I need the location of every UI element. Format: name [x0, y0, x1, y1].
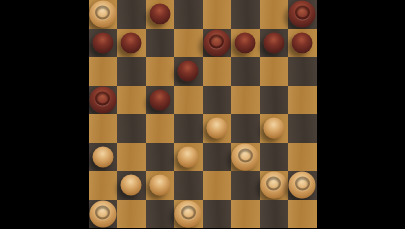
checker-light-man[interactable] — [92, 146, 113, 167]
board-square[interactable] — [117, 57, 146, 86]
board-square[interactable] — [146, 57, 175, 86]
checker-dark-man[interactable] — [149, 4, 170, 25]
board-square[interactable] — [203, 114, 232, 143]
board-square[interactable] — [174, 200, 203, 229]
checker-light-king[interactable] — [175, 200, 202, 227]
board-square[interactable] — [288, 86, 317, 115]
board-square[interactable] — [231, 200, 260, 229]
board-square[interactable] — [260, 57, 289, 86]
board-square[interactable] — [174, 114, 203, 143]
board-square[interactable] — [117, 86, 146, 115]
checker-dark-king[interactable] — [203, 29, 230, 56]
checker-dark-king[interactable] — [89, 86, 116, 113]
checker-light-king[interactable] — [289, 172, 316, 199]
board-square[interactable] — [89, 86, 118, 115]
board-square[interactable] — [117, 143, 146, 172]
board-square[interactable] — [174, 86, 203, 115]
board-square[interactable] — [174, 0, 203, 29]
board-square[interactable] — [288, 0, 317, 29]
checker-light-man[interactable] — [263, 118, 284, 139]
board-square[interactable] — [231, 86, 260, 115]
board-square[interactable] — [117, 29, 146, 58]
board-square[interactable] — [288, 143, 317, 172]
board-square[interactable] — [260, 29, 289, 58]
board-square[interactable] — [117, 0, 146, 29]
board-square[interactable] — [117, 114, 146, 143]
board-square[interactable] — [146, 200, 175, 229]
board-square[interactable] — [231, 57, 260, 86]
checker-light-man[interactable] — [206, 118, 227, 139]
checker-light-king[interactable] — [89, 200, 116, 227]
board-square[interactable] — [260, 114, 289, 143]
board-square[interactable] — [89, 200, 118, 229]
board-square[interactable] — [89, 29, 118, 58]
board-square[interactable] — [146, 86, 175, 115]
board-square[interactable] — [146, 29, 175, 58]
board-square[interactable] — [260, 0, 289, 29]
board-square[interactable] — [203, 86, 232, 115]
checker-dark-king[interactable] — [289, 1, 316, 28]
board-square[interactable] — [203, 143, 232, 172]
board-square[interactable] — [288, 171, 317, 200]
board-square[interactable] — [117, 171, 146, 200]
board-square[interactable] — [231, 0, 260, 29]
board-square[interactable] — [146, 171, 175, 200]
board-square[interactable] — [174, 171, 203, 200]
board-square[interactable] — [203, 200, 232, 229]
board-square[interactable] — [288, 200, 317, 229]
checker-light-man[interactable] — [121, 175, 142, 196]
checker-dark-man[interactable] — [121, 32, 142, 53]
checker-dark-man[interactable] — [292, 32, 313, 53]
board-square[interactable] — [89, 114, 118, 143]
checkers-board — [89, 0, 317, 228]
board-square[interactable] — [260, 171, 289, 200]
board-square[interactable] — [146, 114, 175, 143]
board-square[interactable] — [288, 29, 317, 58]
board-square[interactable] — [231, 29, 260, 58]
board-square[interactable] — [117, 200, 146, 229]
board-square[interactable] — [89, 0, 118, 29]
checker-light-king[interactable] — [232, 143, 259, 170]
checker-dark-man[interactable] — [92, 32, 113, 53]
board-square[interactable] — [146, 143, 175, 172]
checker-light-man[interactable] — [178, 146, 199, 167]
checker-dark-man[interactable] — [178, 61, 199, 82]
board-square[interactable] — [174, 29, 203, 58]
board-square[interactable] — [174, 57, 203, 86]
board-square[interactable] — [288, 114, 317, 143]
board-square[interactable] — [174, 143, 203, 172]
board-square[interactable] — [89, 143, 118, 172]
board-square[interactable] — [260, 86, 289, 115]
checker-light-king[interactable] — [260, 172, 287, 199]
board-square[interactable] — [203, 57, 232, 86]
checker-dark-man[interactable] — [263, 32, 284, 53]
board-square[interactable] — [146, 0, 175, 29]
board-square[interactable] — [260, 143, 289, 172]
board-square[interactable] — [231, 171, 260, 200]
board-square[interactable] — [231, 114, 260, 143]
board-square[interactable] — [203, 29, 232, 58]
board-square[interactable] — [89, 171, 118, 200]
board-square[interactable] — [203, 0, 232, 29]
board-square[interactable] — [288, 57, 317, 86]
checker-dark-man[interactable] — [149, 89, 170, 110]
board-square[interactable] — [231, 143, 260, 172]
game-window — [0, 0, 405, 228]
board-square[interactable] — [89, 57, 118, 86]
checker-light-man[interactable] — [149, 175, 170, 196]
board-square[interactable] — [260, 200, 289, 229]
checker-light-king[interactable] — [89, 1, 116, 28]
checker-dark-man[interactable] — [235, 32, 256, 53]
board-square[interactable] — [203, 171, 232, 200]
